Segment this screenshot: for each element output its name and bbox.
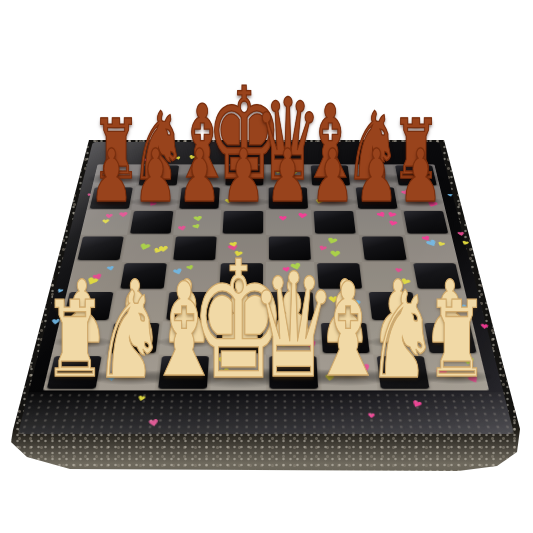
black-pawn[interactable]: ♟ [396, 140, 445, 213]
chess-set-photo: ♥♥♥♥♥♥♥♥♥♥♥♥♥♥♥♥ ♥♥♥♥♥♥♥♥♥♥♥♥♥♥♥♥♥♥♥♥♥♥♥… [0, 0, 533, 533]
black-pawn[interactable]: ♟ [352, 140, 401, 213]
black-pawn[interactable]: ♟ [264, 140, 313, 213]
black-pawn[interactable]: ♟ [175, 140, 224, 213]
black-pawn[interactable]: ♟ [220, 140, 269, 213]
white-rook[interactable]: ♜ [422, 288, 492, 393]
black-pawn[interactable]: ♟ [131, 140, 180, 213]
black-pawn[interactable]: ♟ [87, 140, 136, 213]
black-pawn[interactable]: ♟ [308, 140, 357, 213]
pieces-layer: ♜♞♝♚♛♝♞♜♟♟♟♟♟♟♟♟♟♟♟♟♟♟♟♟♜♞♝♚♛♝♞♜ [0, 0, 533, 533]
